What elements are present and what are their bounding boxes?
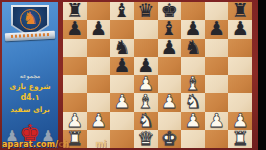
sidebar: ♞ مجموعه شروع بازی ۱.d4 برای سفید ♟ ♚ ♟ <box>2 2 58 148</box>
white-pawn-piece: ♟ <box>184 111 201 129</box>
square-a7[interactable]: ♟ <box>63 20 87 38</box>
square-b6[interactable] <box>87 39 111 57</box>
square-g6[interactable] <box>205 39 229 57</box>
white-pawn-piece: ♟ <box>208 111 225 129</box>
square-c1[interactable] <box>110 130 134 148</box>
white-pawn-piece: ♟ <box>90 111 107 129</box>
square-a4[interactable] <box>63 75 87 93</box>
square-d7[interactable] <box>134 20 158 38</box>
knight-logo-icon: ♞ <box>13 6 47 30</box>
caption-line-2: شروع بازی <box>2 81 58 92</box>
white-rook-piece: ♜ <box>232 129 249 147</box>
square-e5[interactable] <box>158 57 182 75</box>
black-knight-piece: ♞ <box>114 38 131 56</box>
white-pawn-piece: ♟ <box>161 92 178 110</box>
white-queen-piece: ♛ <box>137 129 154 147</box>
watermark-faint-end: mi <box>95 140 106 149</box>
logo-banner-ribbon <box>5 31 55 42</box>
caption-line-4: برای سفید <box>2 104 58 116</box>
square-a5[interactable] <box>63 57 87 75</box>
square-h4[interactable] <box>228 75 252 93</box>
black-bishop-piece: ♝ <box>114 1 131 19</box>
white-knight-piece: ♞ <box>184 92 201 110</box>
square-f1[interactable] <box>181 130 205 148</box>
square-a6[interactable] <box>63 39 87 57</box>
caption-move-label: ۱.d4 <box>2 92 58 104</box>
square-d8[interactable]: ♛ <box>134 2 158 20</box>
black-queen-piece: ♛ <box>137 1 154 19</box>
square-e3[interactable]: ♟ <box>158 93 182 111</box>
white-bishop-piece: ♝ <box>137 92 154 110</box>
square-f6[interactable]: ♞ <box>181 39 205 57</box>
black-pawn-piece: ♟ <box>232 19 249 37</box>
watermark-faint-start: ch <box>58 140 69 149</box>
black-pawn-piece: ♟ <box>161 38 178 56</box>
black-pawn-piece: ♟ <box>184 19 201 37</box>
square-c3[interactable]: ♟ <box>110 93 134 111</box>
chess-board: ♜♝♛♚♜♟♟♝♟♟♟♞♟♞♟♟♟♝♟♝♟♞♟♟♞♟♟♟♜♛♚♜ <box>63 2 252 148</box>
white-pawn-piece: ♟ <box>232 111 249 129</box>
watermark: aparat.com/chmi <box>2 140 107 149</box>
white-king-piece: ♚ <box>161 129 178 147</box>
caption-line-1: مجموعه <box>2 71 58 81</box>
square-h6[interactable] <box>228 39 252 57</box>
square-f2[interactable]: ♟ <box>181 112 205 130</box>
square-g1[interactable] <box>205 130 229 148</box>
white-pawn-piece: ♟ <box>66 111 83 129</box>
black-pawn-piece: ♟ <box>90 19 107 37</box>
black-pawn-piece: ♟ <box>208 19 225 37</box>
video-frame[interactable]: ♞ مجموعه شروع بازی ۱.d4 برای سفید ♟ ♚ ♟ … <box>0 0 266 150</box>
square-g7[interactable]: ♟ <box>205 20 229 38</box>
square-h7[interactable]: ♟ <box>228 20 252 38</box>
caption-block: مجموعه شروع بازی ۱.d4 برای سفید <box>2 71 58 116</box>
club-logo: ♞ <box>2 5 58 49</box>
watermark-prefix: aparat.com/ <box>2 140 58 149</box>
square-b4[interactable] <box>87 75 111 93</box>
square-b5[interactable] <box>87 57 111 75</box>
black-bishop-piece: ♝ <box>161 19 178 37</box>
square-c5[interactable]: ♟ <box>110 57 134 75</box>
white-knight-piece: ♞ <box>137 111 154 129</box>
black-pawn-piece: ♟ <box>66 19 83 37</box>
square-h1[interactable]: ♜ <box>228 130 252 148</box>
white-pawn-piece: ♟ <box>114 92 131 110</box>
square-g4[interactable] <box>205 75 229 93</box>
square-b7[interactable]: ♟ <box>87 20 111 38</box>
square-e1[interactable]: ♚ <box>158 130 182 148</box>
black-knight-piece: ♞ <box>184 38 201 56</box>
square-c2[interactable] <box>110 112 134 130</box>
square-g5[interactable] <box>205 57 229 75</box>
square-g2[interactable]: ♟ <box>205 112 229 130</box>
maroon-frame: ♞ مجموعه شروع بازی ۱.d4 برای سفید ♟ ♚ ♟ … <box>0 0 258 150</box>
square-e6[interactable]: ♟ <box>158 39 182 57</box>
square-h5[interactable] <box>228 57 252 75</box>
square-d1[interactable]: ♛ <box>134 130 158 148</box>
square-b2[interactable]: ♟ <box>87 112 111 130</box>
black-pawn-piece: ♟ <box>114 56 131 74</box>
square-c8[interactable]: ♝ <box>110 2 134 20</box>
logo-banner-text <box>11 33 49 38</box>
